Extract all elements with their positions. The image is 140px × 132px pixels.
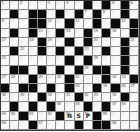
clue-number: 18: [29, 38, 33, 42]
clue-number: 8: [103, 10, 105, 14]
letter-cell[interactable]: [47, 121, 56, 130]
letter-cell[interactable]: [19, 19, 28, 28]
clue-number: 20: [93, 38, 97, 42]
letter-cell[interactable]: [47, 47, 56, 56]
letter-cell[interactable]: [10, 93, 19, 102]
letter-cell[interactable]: 11: [75, 19, 84, 28]
letter-cell[interactable]: 47: [111, 102, 120, 111]
block-cell: [10, 29, 19, 38]
letter-cell[interactable]: [56, 84, 65, 93]
clue-number: 11: [75, 19, 79, 23]
clue-number: 56: [2, 121, 6, 125]
clue-number: 2: [20, 1, 22, 5]
block-cell: [10, 47, 19, 56]
letter-cell[interactable]: 22: [19, 47, 28, 56]
letter-cell[interactable]: [38, 102, 47, 111]
letter-cell[interactable]: 40: [47, 93, 56, 102]
block-cell: [75, 121, 84, 130]
letter-cell[interactable]: 26: [84, 66, 93, 75]
letter-cell[interactable]: 53N: [65, 112, 74, 121]
clue-number: 36: [121, 84, 125, 88]
clue-number: 49: [2, 112, 6, 116]
letter-cell[interactable]: 48: [121, 102, 130, 111]
letter-cell[interactable]: 2: [19, 1, 28, 10]
clue-number: 4: [66, 1, 68, 5]
clue-number: 40: [47, 93, 51, 97]
block-cell: [56, 112, 65, 121]
clue-number: 34: [75, 84, 79, 88]
letter-cell[interactable]: [47, 66, 56, 75]
clue-number: 22: [20, 47, 24, 51]
letter-cell[interactable]: [93, 1, 102, 10]
letter-cell[interactable]: 32: [111, 75, 120, 84]
letter-cell[interactable]: 50: [10, 112, 19, 121]
clue-number: 1: [2, 1, 4, 5]
letter-cell[interactable]: 25: [93, 56, 102, 65]
clue-number: 43: [93, 93, 97, 97]
letter-cell[interactable]: [29, 1, 38, 10]
block-cell: [102, 66, 111, 75]
clue-number: 30: [57, 75, 61, 79]
letter-cell[interactable]: [38, 56, 47, 65]
letter-cell[interactable]: [130, 56, 139, 65]
letter-cell[interactable]: [130, 47, 139, 56]
letter-cell[interactable]: [56, 38, 65, 47]
clue-number: 47: [112, 102, 116, 106]
letter-cell[interactable]: [19, 56, 28, 65]
letter-cell[interactable]: 20: [93, 38, 102, 47]
letter-cell[interactable]: [102, 38, 111, 47]
letter-cell[interactable]: 10: [47, 19, 56, 28]
letter-cell[interactable]: [65, 66, 74, 75]
letter-cell[interactable]: [65, 10, 74, 19]
letter-cell[interactable]: [111, 56, 120, 65]
letter-cell[interactable]: 7: [84, 10, 93, 19]
block-cell: [56, 10, 65, 19]
letter-cell[interactable]: [19, 102, 28, 111]
letter-cell[interactable]: 57: [38, 121, 47, 130]
clue-number: 19: [47, 38, 51, 42]
letter-cell[interactable]: [84, 19, 93, 28]
letter-cell[interactable]: [75, 29, 84, 38]
clue-number: 25: [93, 56, 97, 60]
letter-cell[interactable]: [130, 10, 139, 19]
block-cell: [93, 66, 102, 75]
letter-cell[interactable]: [10, 121, 19, 130]
letter-cell[interactable]: 14: [65, 29, 74, 38]
block-cell: [29, 19, 38, 28]
clue-number: 6: [130, 1, 132, 5]
letter-cell[interactable]: 6: [130, 1, 139, 10]
letter-cell[interactable]: 9: [1, 19, 10, 28]
clue-number: 51: [29, 112, 33, 116]
clue-number: 24: [2, 56, 6, 60]
letter-cell[interactable]: [65, 47, 74, 56]
block-cell: [130, 19, 139, 28]
letter-cell[interactable]: [19, 29, 28, 38]
block-cell: [29, 84, 38, 93]
letter-cell[interactable]: [56, 1, 65, 10]
letter-cell[interactable]: [10, 19, 19, 28]
clue-number: 45: [57, 102, 61, 106]
letter-cell[interactable]: [29, 56, 38, 65]
letter-cell[interactable]: [75, 56, 84, 65]
block-cell: [93, 10, 102, 19]
clue-number: 28: [11, 75, 15, 79]
block-cell: [10, 10, 19, 19]
clue-number: 44: [112, 93, 116, 97]
letter-cell[interactable]: 39: [19, 93, 28, 102]
clue-number: 9: [2, 19, 4, 23]
letter-cell[interactable]: [19, 10, 28, 19]
letter-cell[interactable]: 46: [75, 102, 84, 111]
letter-cell[interactable]: [130, 121, 139, 130]
clue-number: 52: [47, 112, 51, 116]
letter-cell[interactable]: 27: [1, 75, 10, 84]
block-cell: [38, 47, 47, 56]
letter-cell[interactable]: [75, 1, 84, 10]
block-cell: [102, 47, 111, 56]
letter-cell[interactable]: S: [75, 112, 84, 121]
clue-number: 32: [112, 75, 116, 79]
letter-cell[interactable]: 35: [102, 84, 111, 93]
clue-number: 16: [112, 29, 116, 33]
letter-cell[interactable]: [10, 38, 19, 47]
block-cell: [38, 38, 47, 47]
crossword-grid: 1234567891011121314151617181920212223242…: [0, 0, 140, 131]
letter-cell[interactable]: [19, 121, 28, 130]
letter-cell[interactable]: 30: [56, 75, 65, 84]
clue-number: 37: [130, 84, 134, 88]
clue-number: 5: [112, 1, 114, 5]
clue-number: 12: [121, 19, 125, 23]
letter-cell[interactable]: [102, 93, 111, 102]
block-cell: [29, 10, 38, 19]
letter-cell[interactable]: [93, 75, 102, 84]
clue-number: 58: [112, 121, 116, 125]
clue-number: 50: [11, 112, 15, 116]
letter-cell[interactable]: [130, 93, 139, 102]
letter-cell[interactable]: 37: [130, 84, 139, 93]
letter-cell[interactable]: [10, 56, 19, 65]
clue-number: 21: [130, 38, 134, 42]
letter-cell[interactable]: 23: [84, 47, 93, 56]
letter-cell[interactable]: [102, 19, 111, 28]
letter-cell[interactable]: [130, 66, 139, 75]
clue-number: 13: [38, 29, 42, 33]
letter-cell[interactable]: 28: [10, 75, 19, 84]
letter-cell[interactable]: 5: [111, 1, 120, 10]
letter-cell[interactable]: [121, 121, 130, 130]
block-cell: [65, 56, 74, 65]
letter-cell[interactable]: 4: [65, 1, 74, 10]
block-cell: [102, 29, 111, 38]
block-cell: [121, 1, 130, 10]
letter-cell[interactable]: 51: [29, 112, 38, 121]
letter-cell[interactable]: 29: [38, 75, 47, 84]
letter-cell[interactable]: 38: [1, 93, 10, 102]
block-cell: [102, 121, 111, 130]
clue-number: 42: [84, 93, 88, 97]
clue-number: 31: [75, 75, 79, 79]
clue-number: 29: [38, 75, 42, 79]
clue-number: 46: [75, 102, 79, 106]
block-cell: [19, 66, 28, 75]
letter-cell[interactable]: [10, 84, 19, 93]
letter-cell[interactable]: 55: [102, 112, 111, 121]
clue-number: 39: [20, 93, 24, 97]
clue-number: 33: [121, 75, 125, 79]
letter-cell[interactable]: [111, 10, 120, 19]
letter-cell[interactable]: [47, 75, 56, 84]
letter-cell[interactable]: 54P: [84, 112, 93, 121]
filled-letter: P: [84, 113, 92, 120]
letter-cell[interactable]: 18: [29, 38, 38, 47]
letter-cell[interactable]: [111, 47, 120, 56]
letter-cell[interactable]: 58: [111, 121, 120, 130]
letter-cell[interactable]: [84, 75, 93, 84]
block-cell: [38, 93, 47, 102]
letter-cell[interactable]: 13: [38, 29, 47, 38]
block-cell: [19, 112, 28, 121]
letter-cell[interactable]: 3: [47, 1, 56, 10]
filled-letter: N: [65, 113, 73, 120]
block-cell: [56, 47, 65, 56]
clue-number: 41: [66, 93, 70, 97]
clue-number: 7: [84, 10, 86, 14]
letter-cell[interactable]: [130, 112, 139, 121]
clue-number: 15: [93, 29, 97, 33]
letter-cell[interactable]: 1: [1, 1, 10, 10]
letter-cell[interactable]: 34: [75, 84, 84, 93]
letter-cell[interactable]: [121, 29, 130, 38]
block-cell: [121, 38, 130, 47]
clue-number: 23: [84, 47, 88, 51]
letter-cell[interactable]: 24: [1, 56, 10, 65]
letter-cell[interactable]: 19: [47, 38, 56, 47]
block-cell: [121, 47, 130, 56]
letter-cell[interactable]: [121, 112, 130, 121]
block-cell: [56, 29, 65, 38]
letter-cell[interactable]: [47, 56, 56, 65]
letter-cell[interactable]: [102, 56, 111, 65]
block-cell: [84, 29, 93, 38]
letter-cell[interactable]: [38, 1, 47, 10]
block-cell: [93, 121, 102, 130]
letter-cell[interactable]: [93, 102, 102, 111]
letter-cell[interactable]: 8: [102, 10, 111, 19]
letter-cell[interactable]: 17: [1, 38, 10, 47]
letter-cell[interactable]: [111, 38, 120, 47]
letter-cell[interactable]: 36: [121, 84, 130, 93]
clue-number: 3: [47, 1, 49, 5]
letter-cell[interactable]: [130, 102, 139, 111]
letter-cell[interactable]: 52: [47, 112, 56, 121]
clue-number: 27: [2, 75, 6, 79]
clue-number: 57: [38, 121, 42, 125]
letter-cell[interactable]: [84, 121, 93, 130]
block-cell: [29, 121, 38, 130]
filled-letter: S: [75, 113, 83, 120]
letter-cell[interactable]: 12: [121, 19, 130, 28]
letter-cell[interactable]: [29, 93, 38, 102]
clue-number: 48: [121, 102, 125, 106]
block-cell: [38, 10, 47, 19]
block-cell: [65, 75, 74, 84]
clue-number: 38: [2, 93, 6, 97]
letter-cell[interactable]: [75, 38, 84, 47]
clue-number: 35: [103, 84, 107, 88]
clue-number: 55: [103, 112, 107, 116]
block-cell: [121, 56, 130, 65]
block-cell: [65, 38, 74, 47]
letter-cell[interactable]: 45: [56, 102, 65, 111]
letter-cell[interactable]: [56, 19, 65, 28]
letter-cell[interactable]: 56: [1, 121, 10, 130]
block-cell: [93, 112, 102, 121]
letter-cell[interactable]: [19, 75, 28, 84]
letter-cell[interactable]: 42: [84, 93, 93, 102]
letter-cell[interactable]: 21: [130, 38, 139, 47]
block-cell: [29, 75, 38, 84]
letter-cell[interactable]: [10, 1, 19, 10]
clue-number: 10: [47, 19, 51, 23]
letter-cell[interactable]: [29, 47, 38, 56]
clue-number: 14: [66, 29, 70, 33]
letter-cell[interactable]: 16: [111, 29, 120, 38]
clue-number: 17: [2, 38, 6, 42]
letter-cell[interactable]: 41: [65, 93, 74, 102]
letter-cell[interactable]: [29, 66, 38, 75]
letter-cell[interactable]: [65, 121, 74, 130]
letter-cell[interactable]: [56, 56, 65, 65]
block-cell: [75, 47, 84, 56]
letter-cell[interactable]: 43: [93, 93, 102, 102]
letter-cell[interactable]: [56, 121, 65, 130]
letter-cell[interactable]: [38, 84, 47, 93]
clue-number: 26: [84, 66, 88, 70]
